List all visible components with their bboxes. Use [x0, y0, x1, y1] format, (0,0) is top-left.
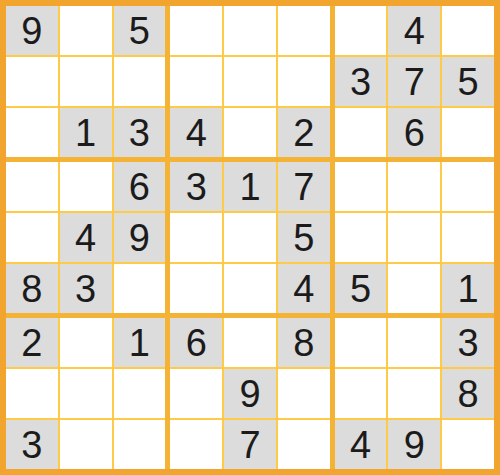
sudoku-cell-r7c6: 8 — [278, 318, 330, 367]
sudoku-cell-r2c9: 5 — [442, 57, 494, 106]
sudoku-cell-r8c6[interactable] — [278, 369, 330, 418]
sudoku-cell-r5c1[interactable] — [6, 213, 58, 262]
sudoku-cell-r9c2[interactable] — [60, 420, 112, 469]
sudoku-cell-r8c1[interactable] — [6, 369, 58, 418]
sudoku-cell-r9c6[interactable] — [278, 420, 330, 469]
sudoku-cell-r9c3[interactable] — [114, 420, 166, 469]
sudoku-cell-r5c8[interactable] — [388, 213, 440, 262]
sudoku-cell-r5c9[interactable] — [442, 213, 494, 262]
sudoku-box-r1c3: 43756 — [335, 6, 494, 157]
sudoku-box-r1c1: 9513 — [6, 6, 165, 157]
sudoku-cell-r7c5[interactable] — [224, 318, 276, 367]
sudoku-cell-r6c3[interactable] — [114, 264, 166, 313]
sudoku-cell-r4c1[interactable] — [6, 162, 58, 211]
sudoku-cell-r2c3[interactable] — [114, 57, 166, 106]
sudoku-cell-r2c5[interactable] — [224, 57, 276, 106]
sudoku-cell-r2c4[interactable] — [170, 57, 222, 106]
sudoku-board: 9513424375664983317545121368973849 — [0, 0, 500, 475]
sudoku-cell-r8c3[interactable] — [114, 369, 166, 418]
sudoku-cell-r9c7: 4 — [335, 420, 387, 469]
sudoku-cell-r1c1: 9 — [6, 6, 58, 55]
sudoku-cell-r4c9[interactable] — [442, 162, 494, 211]
sudoku-cell-r9c9[interactable] — [442, 420, 494, 469]
sudoku-cell-r1c8: 4 — [388, 6, 440, 55]
sudoku-cell-r5c4[interactable] — [170, 213, 222, 262]
sudoku-cell-r3c4: 4 — [170, 108, 222, 157]
sudoku-cell-r4c3: 6 — [114, 162, 166, 211]
sudoku-cell-r4c4: 3 — [170, 162, 222, 211]
sudoku-cell-r3c7[interactable] — [335, 108, 387, 157]
sudoku-box-r3c1: 213 — [6, 318, 165, 469]
sudoku-cell-r3c3: 3 — [114, 108, 166, 157]
sudoku-cell-r6c2: 3 — [60, 264, 112, 313]
sudoku-cell-r5c3: 9 — [114, 213, 166, 262]
sudoku-cell-r4c5: 1 — [224, 162, 276, 211]
sudoku-cell-r5c7[interactable] — [335, 213, 387, 262]
sudoku-cell-r6c1: 8 — [6, 264, 58, 313]
sudoku-cell-r7c4: 6 — [170, 318, 222, 367]
sudoku-cell-r8c7[interactable] — [335, 369, 387, 418]
sudoku-cell-r3c1[interactable] — [6, 108, 58, 157]
sudoku-cell-r2c6[interactable] — [278, 57, 330, 106]
sudoku-cell-r2c7: 3 — [335, 57, 387, 106]
sudoku-box-r2c2: 31754 — [170, 162, 329, 313]
sudoku-cell-r9c5: 7 — [224, 420, 276, 469]
sudoku-cell-r3c2: 1 — [60, 108, 112, 157]
sudoku-cell-r7c3: 1 — [114, 318, 166, 367]
sudoku-cell-r6c8[interactable] — [388, 264, 440, 313]
sudoku-cell-r2c8: 7 — [388, 57, 440, 106]
sudoku-box-r2c1: 64983 — [6, 162, 165, 313]
sudoku-cell-r8c8[interactable] — [388, 369, 440, 418]
sudoku-box-r2c3: 51 — [335, 162, 494, 313]
sudoku-cell-r1c2[interactable] — [60, 6, 112, 55]
sudoku-cell-r6c4[interactable] — [170, 264, 222, 313]
sudoku-cell-r4c2[interactable] — [60, 162, 112, 211]
sudoku-cell-r5c5[interactable] — [224, 213, 276, 262]
sudoku-cell-r3c8: 6 — [388, 108, 440, 157]
sudoku-cell-r4c7[interactable] — [335, 162, 387, 211]
sudoku-cell-r9c1: 3 — [6, 420, 58, 469]
sudoku-cell-r6c6: 4 — [278, 264, 330, 313]
sudoku-cell-r9c8: 9 — [388, 420, 440, 469]
sudoku-cell-r1c3: 5 — [114, 6, 166, 55]
sudoku-box-r3c2: 6897 — [170, 318, 329, 469]
sudoku-cell-r1c7[interactable] — [335, 6, 387, 55]
sudoku-cell-r3c6: 2 — [278, 108, 330, 157]
sudoku-cell-r2c2[interactable] — [60, 57, 112, 106]
sudoku-cell-r4c8[interactable] — [388, 162, 440, 211]
sudoku-cell-r1c9[interactable] — [442, 6, 494, 55]
sudoku-cell-r8c4[interactable] — [170, 369, 222, 418]
sudoku-cell-r8c5: 9 — [224, 369, 276, 418]
sudoku-cell-r7c9: 3 — [442, 318, 494, 367]
sudoku-cell-r2c1[interactable] — [6, 57, 58, 106]
sudoku-cell-r5c2: 4 — [60, 213, 112, 262]
sudoku-box-r3c3: 3849 — [335, 318, 494, 469]
sudoku-cell-r7c8[interactable] — [388, 318, 440, 367]
sudoku-cell-r3c9[interactable] — [442, 108, 494, 157]
sudoku-cell-r3c5[interactable] — [224, 108, 276, 157]
sudoku-cell-r1c6[interactable] — [278, 6, 330, 55]
sudoku-cell-r7c2[interactable] — [60, 318, 112, 367]
sudoku-cell-r5c6: 5 — [278, 213, 330, 262]
sudoku-cell-r1c5[interactable] — [224, 6, 276, 55]
sudoku-cell-r4c6: 7 — [278, 162, 330, 211]
sudoku-box-r1c2: 42 — [170, 6, 329, 157]
sudoku-cell-r7c1: 2 — [6, 318, 58, 367]
sudoku-cell-r8c2[interactable] — [60, 369, 112, 418]
sudoku-cell-r1c4[interactable] — [170, 6, 222, 55]
sudoku-cell-r6c5[interactable] — [224, 264, 276, 313]
sudoku-cell-r6c9: 1 — [442, 264, 494, 313]
sudoku-cell-r8c9: 8 — [442, 369, 494, 418]
sudoku-cell-r9c4[interactable] — [170, 420, 222, 469]
sudoku-cell-r7c7[interactable] — [335, 318, 387, 367]
sudoku-cell-r6c7: 5 — [335, 264, 387, 313]
